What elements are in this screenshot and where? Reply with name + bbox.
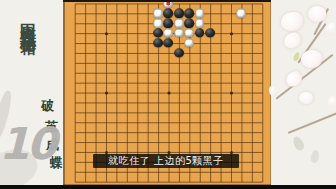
- magnolia-flower: [282, 31, 302, 50]
- board-intersection: [101, 58, 111, 68]
- board-intersection: [257, 28, 267, 38]
- board-intersection: [163, 127, 173, 137]
- board-intersection: [246, 167, 256, 177]
- board-intersection: [90, 137, 100, 147]
- board-intersection: [226, 97, 236, 107]
- board-intersection: [132, 18, 142, 28]
- board-intersection: [246, 8, 256, 18]
- board-intersection: [163, 97, 173, 107]
- board-intersection: [80, 137, 90, 147]
- board-intersection: [90, 48, 100, 58]
- board-intersection: [226, 28, 236, 38]
- board-intersection: [80, 127, 90, 137]
- board-intersection: [70, 28, 80, 38]
- board-intersection: [90, 18, 100, 28]
- board-intersection: [246, 127, 256, 137]
- board-top-edge: [63, 0, 271, 2]
- board-intersection: [184, 58, 194, 68]
- board-intersection: [163, 18, 173, 28]
- board-intersection: [111, 18, 121, 28]
- board-intersection: [80, 18, 90, 28]
- board-intersection: [122, 68, 132, 78]
- board-intersection: [142, 68, 152, 78]
- board-intersection: [257, 68, 267, 78]
- board-intersection: [122, 28, 132, 38]
- black-stone: [163, 38, 173, 47]
- board-intersection: [246, 147, 256, 157]
- board-intersection: [194, 97, 204, 107]
- white-stone: [153, 19, 163, 28]
- board-intersection: [257, 157, 267, 167]
- board-intersection: [163, 28, 173, 38]
- board-intersection: [236, 48, 246, 58]
- board-intersection: [70, 88, 80, 98]
- board-intersection: [257, 18, 267, 28]
- board-intersection: [142, 18, 152, 28]
- board-intersection: [236, 117, 246, 127]
- white-stone: [174, 19, 184, 28]
- board-intersection: [153, 18, 163, 28]
- board-intersection: [257, 8, 267, 18]
- board-intersection: [215, 127, 225, 137]
- board-intersection: [142, 127, 152, 137]
- board-intersection: [153, 97, 163, 107]
- board-intersection: [153, 78, 163, 88]
- board-intersection: [132, 137, 142, 147]
- board-intersection: [246, 48, 256, 58]
- board-intersection: [246, 88, 256, 98]
- board-intersection: [174, 97, 184, 107]
- board-intersection: [111, 8, 121, 18]
- board-intersection: [246, 38, 256, 48]
- board-intersection: [184, 68, 194, 78]
- board-intersection: [205, 137, 215, 147]
- board-intersection: [205, 88, 215, 98]
- board-intersection: [80, 28, 90, 38]
- board-intersection: [236, 38, 246, 48]
- board-intersection: [122, 8, 132, 18]
- board-intersection: [111, 107, 121, 117]
- magnolia-flower: [281, 12, 303, 31]
- board-intersection: [132, 97, 142, 107]
- board-intersection: [70, 38, 80, 48]
- board-intersection: [122, 107, 132, 117]
- white-stone: [174, 28, 184, 37]
- board-intersection: [215, 117, 225, 127]
- board-intersection: [205, 8, 215, 18]
- board-intersection: [205, 58, 215, 68]
- board-intersection: [90, 28, 100, 38]
- board-intersection: [142, 97, 152, 107]
- board-intersection: [70, 107, 80, 117]
- board-intersection: [257, 127, 267, 137]
- board-intersection: [194, 127, 204, 137]
- board-intersection: [184, 18, 194, 28]
- board-intersection: [257, 147, 267, 157]
- board-intersection: [132, 48, 142, 58]
- board-intersection: [153, 28, 163, 38]
- board-intersection: [205, 18, 215, 28]
- board-intersection: [122, 78, 132, 88]
- board-intersection: [132, 127, 142, 137]
- board-intersection: [174, 38, 184, 48]
- board-intersection: [90, 38, 100, 48]
- board-intersection: [205, 48, 215, 58]
- board-intersection: [132, 107, 142, 117]
- board-intersection: [215, 137, 225, 147]
- board-intersection: [153, 127, 163, 137]
- board-intersection: [205, 117, 215, 127]
- board-intersection: [194, 28, 204, 38]
- board-intersection: [111, 97, 121, 107]
- board-intersection: [194, 48, 204, 58]
- board-intersection: [101, 68, 111, 78]
- board-intersection: [174, 78, 184, 88]
- white-stone: [163, 28, 173, 37]
- board-intersection: [174, 58, 184, 68]
- board-intersection: [70, 97, 80, 107]
- black-stone: [163, 9, 173, 18]
- board-intersection: [205, 28, 215, 38]
- board-intersection: [90, 97, 100, 107]
- board-intersection: [236, 127, 246, 137]
- board-intersection: [215, 88, 225, 98]
- board-intersection: [142, 28, 152, 38]
- board-intersection: [226, 58, 236, 68]
- board-intersection: [236, 58, 246, 68]
- board-intersection: [122, 18, 132, 28]
- board-intersection: [122, 127, 132, 137]
- board-intersection: [111, 88, 121, 98]
- board-intersection: [194, 58, 204, 68]
- board-intersection: [111, 28, 121, 38]
- board-intersection: [80, 58, 90, 68]
- board-intersection: [132, 28, 142, 38]
- board-intersection: [246, 68, 256, 78]
- board-intersection: [257, 97, 267, 107]
- board-intersection: [194, 38, 204, 48]
- board-intersection: [153, 167, 163, 177]
- board-intersection: [163, 58, 173, 68]
- board-intersection: [70, 58, 80, 68]
- episode-number: 10: [0, 118, 54, 169]
- board-intersection: [80, 68, 90, 78]
- board-intersection: [122, 88, 132, 98]
- board-intersection: [174, 8, 184, 18]
- board-intersection: [80, 48, 90, 58]
- board-intersection: [194, 137, 204, 147]
- board-intersection: [153, 107, 163, 117]
- last-move-marker: [167, 2, 171, 6]
- board-intersection: [101, 97, 111, 107]
- board-intersection: [257, 137, 267, 147]
- board-intersection: [194, 117, 204, 127]
- board-intersection: [70, 78, 80, 88]
- board-intersection: [163, 8, 173, 18]
- board-intersection: [246, 78, 256, 88]
- board-intersection: [174, 137, 184, 147]
- white-stone: [184, 38, 194, 47]
- board-intersection: [194, 8, 204, 18]
- board-intersection: [122, 117, 132, 127]
- white-stone: [195, 9, 205, 18]
- board-intersection: [111, 127, 121, 137]
- board-intersection: [122, 97, 132, 107]
- board-intersection: [142, 117, 152, 127]
- board-intersection: [257, 78, 267, 88]
- white-stone: [236, 9, 246, 18]
- board-intersection: [70, 157, 80, 167]
- board-intersection: [153, 48, 163, 58]
- board-intersection: [205, 78, 215, 88]
- magnolia-flower: [300, 48, 324, 69]
- board-intersection: [215, 97, 225, 107]
- board-intersection: [80, 97, 90, 107]
- board-intersection: [153, 8, 163, 18]
- board-intersection: [184, 8, 194, 18]
- board-intersection: [174, 18, 184, 28]
- series-title-vertical: 围棋对杀秘籍: [17, 11, 38, 131]
- board-intersection: [90, 68, 100, 78]
- board-intersection: [174, 68, 184, 78]
- board-intersection: [174, 107, 184, 117]
- board-intersection: [257, 48, 267, 58]
- board-intersection: [111, 38, 121, 48]
- board-intersection: [163, 48, 173, 58]
- board-intersection: [142, 137, 152, 147]
- board-intersection: [257, 117, 267, 127]
- board-intersection: [101, 88, 111, 98]
- board-intersection: [142, 167, 152, 177]
- board-intersection: [236, 107, 246, 117]
- board-intersection: [111, 58, 121, 68]
- board-intersection: [90, 107, 100, 117]
- letterbox-bar: [0, 185, 336, 189]
- board-intersection: [215, 167, 225, 177]
- board-intersection: [90, 167, 100, 177]
- subtitle-caption: 就吃住了 上边的5颗黑子: [93, 154, 239, 168]
- board-intersection: [163, 68, 173, 78]
- board-intersection: [70, 8, 80, 18]
- board-intersection: [184, 117, 194, 127]
- board-intersection: [80, 107, 90, 117]
- board-intersection: [101, 127, 111, 137]
- board-intersection: [101, 107, 111, 117]
- faded-leaf: [291, 135, 306, 152]
- board-intersection: [226, 68, 236, 78]
- board-intersection: [163, 137, 173, 147]
- board-intersection: [70, 147, 80, 157]
- board-intersection: [111, 78, 121, 88]
- board-left-edge: [63, 0, 65, 185]
- board-intersection: [215, 107, 225, 117]
- board-intersection: [111, 117, 121, 127]
- board-intersection: [226, 8, 236, 18]
- board-intersection: [174, 167, 184, 177]
- board-intersection: [246, 28, 256, 38]
- board-intersection: [246, 137, 256, 147]
- board-intersection: [226, 137, 236, 147]
- board-intersection: [215, 58, 225, 68]
- board-intersection: [184, 48, 194, 58]
- black-stone: [174, 48, 184, 57]
- black-stone: [153, 28, 163, 37]
- board-intersection: [132, 68, 142, 78]
- board-intersection: [257, 88, 267, 98]
- board-intersection: [90, 127, 100, 137]
- board-intersection: [163, 107, 173, 117]
- board-intersection: [111, 167, 121, 177]
- board-intersection: [80, 8, 90, 18]
- board-intersection: [132, 88, 142, 98]
- board-intersection: [90, 8, 100, 18]
- board-intersection: [101, 117, 111, 127]
- board-intersection: [142, 48, 152, 58]
- board-intersection: [101, 137, 111, 147]
- board-intersection: [194, 167, 204, 177]
- board-intersection: [174, 117, 184, 127]
- board-intersection: [215, 18, 225, 28]
- board-intersection: [184, 78, 194, 88]
- board-intersection: [70, 68, 80, 78]
- board-intersection: [101, 28, 111, 38]
- black-stone: [174, 9, 184, 18]
- board-intersection: [153, 88, 163, 98]
- board-intersection: [70, 137, 80, 147]
- board-intersection: [226, 78, 236, 88]
- board-intersection: [226, 88, 236, 98]
- board-intersection: [226, 127, 236, 137]
- board-intersection: [226, 167, 236, 177]
- board-intersection: [80, 157, 90, 167]
- board-intersection: [122, 58, 132, 68]
- board-intersection: [184, 97, 194, 107]
- board-intersection: [163, 167, 173, 177]
- board-intersection: [226, 117, 236, 127]
- board-intersection: [184, 127, 194, 137]
- board-intersection: [215, 48, 225, 58]
- faded-leaf: [310, 149, 321, 163]
- board-intersection: [70, 117, 80, 127]
- board-intersection: [101, 18, 111, 28]
- board-intersection: [70, 18, 80, 28]
- board-intersection: [132, 167, 142, 177]
- board-intersection: [246, 107, 256, 117]
- board-intersection: [80, 167, 90, 177]
- board-intersection: [132, 58, 142, 68]
- magnolia-bud: [327, 95, 336, 108]
- magnolia-flower: [284, 69, 305, 89]
- board-intersection: [80, 38, 90, 48]
- board-intersection: [101, 8, 111, 18]
- board-intersection: [122, 48, 132, 58]
- black-stone: [205, 28, 215, 37]
- board-intersection: [194, 18, 204, 28]
- board-intersection: [184, 107, 194, 117]
- board-intersection: [80, 88, 90, 98]
- board-intersection: [90, 58, 100, 68]
- black-stone: [163, 19, 173, 28]
- board-intersection: [80, 147, 90, 157]
- board-intersection: [226, 18, 236, 28]
- black-stone: [184, 19, 194, 28]
- board-intersection: [174, 28, 184, 38]
- board-intersection: [70, 167, 80, 177]
- board-intersection: [90, 88, 100, 98]
- board-intersection: [194, 88, 204, 98]
- board-intersection: [257, 107, 267, 117]
- subtitle-char-1: 破: [41, 97, 54, 115]
- board-intersection: [101, 48, 111, 58]
- board-intersection: [184, 38, 194, 48]
- board-intersection: [90, 78, 100, 88]
- board-intersection: [226, 38, 236, 48]
- video-frame: 围棋对杀秘籍 破 茧 成 蝶 10 就吃住了 上边的5颗黑子: [0, 0, 336, 189]
- board-intersection: [184, 167, 194, 177]
- board-intersection: [80, 117, 90, 127]
- board-intersection: [205, 97, 215, 107]
- board-intersection: [153, 68, 163, 78]
- board-intersection: [226, 107, 236, 117]
- board-intersection: [246, 18, 256, 28]
- board-intersection: [236, 88, 246, 98]
- board-intersection: [215, 68, 225, 78]
- board-intersection: [236, 78, 246, 88]
- board-intersection: [236, 68, 246, 78]
- board-intersection: [142, 38, 152, 48]
- board-intersection: [246, 157, 256, 167]
- board-intersection: [236, 8, 246, 18]
- board-intersection: [246, 97, 256, 107]
- board-intersection: [142, 8, 152, 18]
- board-intersection: [101, 38, 111, 48]
- board-intersection: [174, 48, 184, 58]
- board-intersection: [80, 78, 90, 88]
- board-intersection: [184, 88, 194, 98]
- board-intersection: [194, 107, 204, 117]
- board-intersection: [132, 38, 142, 48]
- board-intersection: [163, 78, 173, 88]
- board-intersection: [111, 137, 121, 147]
- white-stone: [153, 9, 163, 18]
- board-intersection: [70, 48, 80, 58]
- board-intersection: [236, 167, 246, 177]
- board-intersection: [215, 78, 225, 88]
- board-intersection: [111, 48, 121, 58]
- board-intersection: [163, 88, 173, 98]
- board-intersection: [236, 137, 246, 147]
- board-intersection: [236, 28, 246, 38]
- board-intersection: [122, 38, 132, 48]
- board-intersection: [132, 117, 142, 127]
- black-stone: [153, 38, 163, 47]
- board-intersection: [215, 28, 225, 38]
- magnolia-flower: [297, 90, 314, 106]
- board-intersection: [101, 167, 111, 177]
- board-intersection: [132, 8, 142, 18]
- board-intersection: [132, 78, 142, 88]
- board-intersection: [174, 88, 184, 98]
- board-intersection: [153, 117, 163, 127]
- board-intersection: [184, 137, 194, 147]
- board-intersection: [246, 58, 256, 68]
- branch: [288, 111, 336, 133]
- white-stone: [184, 28, 194, 37]
- white-stone: [195, 19, 205, 28]
- board-intersection: [122, 137, 132, 147]
- board-intersection: [163, 38, 173, 48]
- board-intersection: [257, 38, 267, 48]
